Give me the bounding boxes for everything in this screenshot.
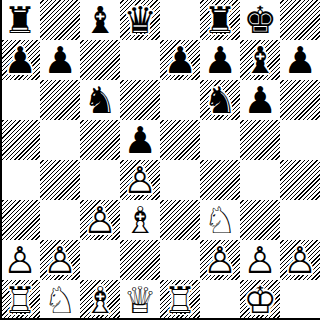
piece-black-pawn[interactable]: ♟ [160,40,200,80]
square-d3[interactable]: ♝♗ [120,200,160,240]
square-a8[interactable]: ♜ [0,0,40,40]
square-e5[interactable] [160,120,200,160]
black-piece-glyph: ♟ [280,40,320,80]
square-e6[interactable] [160,80,200,120]
square-d2[interactable] [120,240,160,280]
square-h1[interactable] [280,280,320,320]
square-f8[interactable]: ♜ [200,0,240,40]
piece-black-pawn[interactable]: ♟ [200,40,240,80]
black-piece-glyph: ♝ [240,40,280,80]
square-g7[interactable]: ♝ [240,40,280,80]
piece-white-pawn[interactable]: ♟♙ [120,160,160,200]
white-piece-outline: ♖ [160,280,200,320]
square-h4[interactable] [280,160,320,200]
piece-black-pawn[interactable]: ♟ [120,120,160,160]
piece-white-knight[interactable]: ♞♘ [40,280,80,320]
square-g6[interactable]: ♟ [240,80,280,120]
square-d5[interactable]: ♟ [120,120,160,160]
black-piece-glyph: ♞ [200,80,240,120]
square-f7[interactable]: ♟ [200,40,240,80]
square-a4[interactable] [0,160,40,200]
square-b6[interactable] [40,80,80,120]
square-f3[interactable]: ♞♘ [200,200,240,240]
piece-white-rook[interactable]: ♜♖ [160,280,200,320]
piece-white-queen[interactable]: ♛♕ [120,280,160,320]
piece-black-rook[interactable]: ♜ [0,0,40,40]
square-h5[interactable] [280,120,320,160]
black-piece-glyph: ♝ [80,0,120,40]
piece-black-pawn[interactable]: ♟ [40,40,80,80]
black-piece-glyph: ♟ [0,40,40,80]
square-c3[interactable]: ♟♙ [80,200,120,240]
black-piece-glyph: ♟ [240,80,280,120]
piece-black-knight[interactable]: ♞ [80,80,120,120]
square-b2[interactable]: ♟♙ [40,240,80,280]
white-piece-outline: ♗ [80,280,120,320]
square-e4[interactable] [160,160,200,200]
square-g1[interactable]: ♚♔ [240,280,280,320]
square-c6[interactable]: ♞ [80,80,120,120]
square-e3[interactable] [160,200,200,240]
black-piece-glyph: ♚ [240,0,280,40]
square-f5[interactable] [200,120,240,160]
square-g5[interactable] [240,120,280,160]
square-h2[interactable]: ♟♙ [280,240,320,280]
square-d7[interactable] [120,40,160,80]
square-c2[interactable] [80,240,120,280]
black-piece-glyph: ♟ [120,120,160,160]
square-h8[interactable] [280,0,320,40]
square-g3[interactable] [240,200,280,240]
square-c8[interactable]: ♝ [80,0,120,40]
square-g8[interactable]: ♚ [240,0,280,40]
piece-white-bishop[interactable]: ♝♗ [120,200,160,240]
square-c5[interactable] [80,120,120,160]
square-h6[interactable] [280,80,320,120]
piece-white-rook[interactable]: ♜♖ [0,280,40,320]
chess-board: ♜♝♛♜♚♟♟♟♟♝♟♞♞♟♟♟♙♟♙♝♗♞♘♟♙♟♙♟♙♟♙♟♙♜♖♞♘♝♗♛… [0,0,320,320]
piece-white-pawn[interactable]: ♟♙ [80,200,120,240]
square-f1[interactable] [200,280,240,320]
piece-black-pawn[interactable]: ♟ [280,40,320,80]
piece-white-bishop[interactable]: ♝♗ [80,280,120,320]
square-a6[interactable] [0,80,40,120]
piece-black-pawn[interactable]: ♟ [0,40,40,80]
white-piece-outline: ♘ [200,200,240,240]
square-b8[interactable] [40,0,80,40]
piece-black-queen[interactable]: ♛ [120,0,160,40]
square-b1[interactable]: ♞♘ [40,280,80,320]
white-piece-outline: ♙ [0,240,40,280]
square-a7[interactable]: ♟ [0,40,40,80]
piece-black-king[interactable]: ♚ [240,0,280,40]
piece-black-bishop[interactable]: ♝ [240,40,280,80]
square-a2[interactable]: ♟♙ [0,240,40,280]
square-e2[interactable] [160,240,200,280]
piece-white-knight[interactable]: ♞♘ [200,200,240,240]
black-piece-glyph: ♟ [160,40,200,80]
piece-white-pawn[interactable]: ♟♙ [0,240,40,280]
white-piece-outline: ♖ [0,280,40,320]
square-f6[interactable]: ♞ [200,80,240,120]
piece-black-rook[interactable]: ♜ [200,0,240,40]
white-piece-outline: ♙ [200,240,240,280]
black-piece-glyph: ♟ [40,40,80,80]
square-e8[interactable] [160,0,200,40]
square-h7[interactable]: ♟ [280,40,320,80]
square-a5[interactable] [0,120,40,160]
white-piece-outline: ♕ [120,280,160,320]
white-piece-outline: ♘ [40,280,80,320]
white-piece-outline: ♔ [240,280,280,320]
piece-white-pawn[interactable]: ♟♙ [40,240,80,280]
black-piece-glyph: ♟ [200,40,240,80]
black-piece-glyph: ♜ [0,0,40,40]
piece-white-pawn[interactable]: ♟♙ [200,240,240,280]
piece-black-bishop[interactable]: ♝ [80,0,120,40]
white-piece-outline: ♙ [40,240,80,280]
black-piece-glyph: ♞ [80,80,120,120]
white-piece-outline: ♙ [120,160,160,200]
square-e7[interactable]: ♟ [160,40,200,80]
square-h3[interactable] [280,200,320,240]
piece-white-pawn[interactable]: ♟♙ [240,240,280,280]
board-wrapper: ♜♝♛♜♚♟♟♟♟♝♟♞♞♟♟♟♙♟♙♝♗♞♘♟♙♟♙♟♙♟♙♟♙♜♖♞♘♝♗♛… [0,0,320,320]
square-f2[interactable]: ♟♙ [200,240,240,280]
square-e1[interactable]: ♜♖ [160,280,200,320]
square-a3[interactable] [0,200,40,240]
piece-black-pawn[interactable]: ♟ [240,80,280,120]
piece-white-king[interactable]: ♚♔ [240,280,280,320]
square-c1[interactable]: ♝♗ [80,280,120,320]
square-b4[interactable] [40,160,80,200]
square-g2[interactable]: ♟♙ [240,240,280,280]
black-piece-glyph: ♜ [200,0,240,40]
square-f4[interactable] [200,160,240,200]
white-piece-outline: ♗ [120,200,160,240]
square-d4[interactable]: ♟♙ [120,160,160,200]
white-piece-outline: ♙ [240,240,280,280]
square-c7[interactable] [80,40,120,80]
square-d8[interactable]: ♛ [120,0,160,40]
square-b5[interactable] [40,120,80,160]
square-g4[interactable] [240,160,280,200]
square-d1[interactable]: ♛♕ [120,280,160,320]
square-c4[interactable] [80,160,120,200]
piece-black-knight[interactable]: ♞ [200,80,240,120]
piece-white-pawn[interactable]: ♟♙ [280,240,320,280]
square-b3[interactable] [40,200,80,240]
white-piece-outline: ♙ [280,240,320,280]
square-d6[interactable] [120,80,160,120]
square-b7[interactable]: ♟ [40,40,80,80]
square-a1[interactable]: ♜♖ [0,280,40,320]
black-piece-glyph: ♛ [120,0,160,40]
white-piece-outline: ♙ [80,200,120,240]
